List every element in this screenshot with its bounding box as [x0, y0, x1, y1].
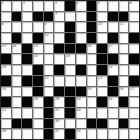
clue-number: 31	[108, 97, 112, 101]
white-cell-r8c6[interactable]	[54, 76, 64, 86]
clue-number: 29	[55, 97, 59, 101]
black-cell-r7c4	[33, 65, 43, 75]
white-cell-r5c12[interactable]	[119, 44, 129, 54]
clue-number: 21	[108, 65, 112, 69]
white-cell-r13c10[interactable]	[97, 129, 107, 139]
white-cell-r7c2[interactable]	[12, 65, 22, 75]
clue-number: 16	[87, 44, 91, 48]
clue-number: 12	[44, 33, 48, 37]
clue-number: 13	[2, 44, 6, 48]
white-cell-r11c10[interactable]	[97, 108, 107, 118]
white-cell-r4c12[interactable]	[119, 33, 129, 43]
clue-number: 2	[23, 1, 25, 5]
white-cell-r8c12[interactable]	[119, 76, 129, 86]
white-cell-r1c2[interactable]	[12, 1, 22, 11]
white-cell-r9c10[interactable]	[97, 87, 107, 97]
black-cell-r9c7	[65, 87, 75, 97]
white-cell-r4c10[interactable]	[97, 33, 107, 43]
white-cell-r6c2[interactable]	[12, 54, 22, 64]
clue-number: 8	[2, 22, 4, 26]
clue-number: 32	[2, 108, 6, 112]
white-cell-r7c7[interactable]	[65, 65, 75, 75]
white-cell-r11c12[interactable]	[119, 108, 129, 118]
black-cell-r9c11	[108, 87, 118, 97]
white-cell-r7c12[interactable]	[119, 65, 129, 75]
black-cell-r7c8	[76, 65, 86, 75]
white-cell-r1c11[interactable]	[108, 1, 118, 11]
white-cell-r1c1[interactable]: 1	[1, 1, 11, 11]
white-cell-r13c8[interactable]: 38	[76, 129, 86, 139]
white-cell-r2c7[interactable]	[65, 12, 75, 22]
white-cell-r9c3[interactable]	[22, 87, 32, 97]
black-cell-r10c1	[1, 97, 11, 107]
black-cell-r7c6	[54, 65, 64, 75]
clue-number: 33	[55, 108, 59, 112]
white-cell-r4c1[interactable]	[1, 33, 11, 43]
white-cell-r2c10[interactable]	[97, 12, 107, 22]
clue-number: 36	[2, 129, 6, 133]
white-cell-r13c12[interactable]	[119, 129, 129, 139]
black-cell-r2c11	[108, 12, 118, 22]
clue-number: 9	[44, 22, 46, 26]
white-cell-r6c4[interactable]: 18	[33, 54, 43, 64]
clue-number: 1	[2, 1, 4, 5]
white-cell-r13c6[interactable]: 37	[54, 129, 64, 139]
white-cell-r5c1[interactable]: 13	[1, 44, 11, 54]
white-cell-r3c1[interactable]: 8	[1, 22, 11, 32]
white-cell-r6c9[interactable]	[87, 54, 97, 64]
white-cell-r11c1[interactable]: 32	[1, 108, 11, 118]
white-cell-r1c8[interactable]: 4	[76, 1, 86, 11]
clue-number: 23	[98, 76, 102, 80]
white-cell-r9c9[interactable]: 25	[87, 87, 97, 97]
clue-number: 14	[12, 44, 16, 48]
white-cell-r10c9[interactable]	[87, 97, 97, 107]
black-cell-r4c4	[33, 33, 43, 43]
clue-number: 37	[55, 129, 59, 133]
black-cell-r4c13	[129, 33, 139, 43]
white-cell-r3c5[interactable]: 9	[44, 22, 54, 32]
white-cell-r2c1[interactable]	[1, 12, 11, 22]
black-cell-r13c5	[44, 129, 54, 139]
black-cell-r2c2	[12, 12, 22, 22]
white-cell-r6c5[interactable]	[44, 54, 54, 64]
black-cell-r5c3	[22, 44, 32, 54]
black-cell-r2c5	[44, 12, 54, 22]
clue-number: 24	[2, 87, 6, 91]
white-cell-r1c3[interactable]: 2	[22, 1, 32, 11]
white-cell-r9c13[interactable]: 27	[129, 87, 139, 97]
white-cell-r12c8[interactable]	[76, 119, 86, 129]
black-cell-r12c2	[12, 119, 22, 129]
white-cell-r11c4[interactable]	[33, 108, 43, 118]
black-cell-r4c11	[108, 33, 118, 43]
black-cell-r6c13	[129, 54, 139, 64]
white-cell-r9c5[interactable]	[44, 87, 54, 97]
black-cell-r9c8	[76, 87, 86, 97]
white-cell-r5c9[interactable]: 16	[87, 44, 97, 54]
black-cell-r4c2	[12, 33, 22, 43]
white-cell-r10c2[interactable]	[12, 97, 22, 107]
clue-number: 15	[34, 44, 38, 48]
black-cell-r10c7	[65, 97, 75, 107]
white-cell-r7c13[interactable]	[129, 65, 139, 75]
white-cell-r6c6[interactable]	[54, 54, 64, 64]
clue-number: 10	[98, 22, 102, 26]
white-cell-r12c7[interactable]	[65, 119, 75, 129]
white-cell-r5c11[interactable]: 17	[108, 44, 118, 54]
black-cell-r10c5	[44, 97, 54, 107]
white-cell-r4c3[interactable]	[22, 33, 32, 43]
clue-number: 22	[44, 76, 48, 80]
black-cell-r3c7	[65, 22, 75, 32]
white-cell-r3c3[interactable]	[22, 22, 32, 32]
white-cell-r9c2[interactable]	[12, 87, 22, 97]
black-cell-r5c10	[97, 44, 107, 54]
white-cell-r1c4[interactable]	[33, 1, 43, 11]
black-cell-r5c6	[54, 44, 64, 54]
white-cell-r13c4[interactable]	[33, 129, 43, 139]
white-cell-r2c6[interactable]: 7	[54, 12, 64, 22]
black-cell-r1c9	[87, 1, 97, 11]
clue-number: 25	[87, 87, 91, 91]
black-cell-r3c9	[87, 22, 97, 32]
black-cell-r2c4	[33, 12, 43, 22]
white-cell-r10c6[interactable]: 29	[54, 97, 64, 107]
white-cell-r2c3[interactable]	[22, 12, 32, 22]
clue-number: 28	[34, 97, 38, 101]
white-cell-r6c12[interactable]	[119, 54, 129, 64]
white-cell-r13c11[interactable]	[108, 129, 118, 139]
white-cell-r6c8[interactable]	[76, 54, 86, 64]
white-cell-r8c2[interactable]	[12, 76, 22, 86]
white-cell-r13c3[interactable]	[22, 129, 32, 139]
white-cell-r9c12[interactable]: 26	[119, 87, 129, 97]
white-cell-r10c4[interactable]: 28	[33, 97, 43, 107]
white-cell-r11c8[interactable]: 34	[76, 108, 86, 118]
clue-number: 3	[55, 1, 57, 5]
white-cell-r4c6[interactable]	[54, 33, 64, 43]
black-cell-r1c7	[65, 1, 75, 11]
black-cell-r8c1	[1, 76, 11, 86]
white-cell-r10c11[interactable]: 31	[108, 97, 118, 107]
white-cell-r8c8[interactable]	[76, 76, 86, 86]
black-cell-r8c4	[33, 76, 43, 86]
white-cell-r8c10[interactable]: 23	[97, 76, 107, 86]
black-cell-r8c3	[22, 76, 32, 86]
black-cell-r9c4	[33, 87, 43, 97]
clue-number: 5	[98, 1, 100, 5]
white-cell-r1c5[interactable]	[44, 1, 54, 11]
clue-number: 30	[76, 97, 80, 101]
black-cell-r12c10	[97, 119, 107, 129]
white-cell-r11c9[interactable]	[87, 108, 97, 118]
black-cell-r11c5	[44, 108, 54, 118]
white-cell-r13c1[interactable]: 36	[1, 129, 11, 139]
white-cell-r1c6[interactable]: 3	[54, 1, 64, 11]
crossword-grid: 1234567891011121314151617181920212223242…	[0, 0, 140, 140]
white-cell-r3c4[interactable]	[33, 22, 43, 32]
white-cell-r4c5[interactable]: 12	[44, 33, 54, 43]
white-cell-r12c11[interactable]	[108, 119, 118, 129]
black-cell-r12c5	[44, 119, 54, 129]
clue-number: 7	[55, 12, 57, 16]
white-cell-r12c13[interactable]	[129, 119, 139, 129]
white-cell-r7c3[interactable]	[22, 65, 32, 75]
white-cell-r13c2[interactable]	[12, 129, 22, 139]
white-cell-r1c13[interactable]: 6	[129, 1, 139, 11]
white-cell-r11c2[interactable]	[12, 108, 22, 118]
clue-number: 38	[76, 129, 80, 133]
white-cell-r3c8[interactable]	[76, 22, 86, 32]
black-cell-r4c7	[65, 33, 75, 43]
white-cell-r6c7[interactable]: 19	[65, 54, 75, 64]
black-cell-r6c10	[97, 54, 107, 64]
clue-number: 34	[76, 108, 80, 112]
clue-number: 35	[55, 119, 59, 123]
white-cell-r11c3[interactable]	[22, 108, 32, 118]
white-cell-r7c5[interactable]	[44, 65, 54, 75]
white-cell-r5c5[interactable]	[44, 44, 54, 54]
black-cell-r6c3	[22, 54, 32, 64]
white-cell-r13c13[interactable]	[129, 129, 139, 139]
white-cell-r3c2[interactable]	[12, 22, 22, 32]
black-cell-r5c8	[76, 44, 86, 54]
white-cell-r5c2[interactable]: 14	[12, 44, 22, 54]
black-cell-r2c9	[87, 12, 97, 22]
black-cell-r12c9	[87, 119, 97, 129]
black-cell-r6c11	[108, 54, 118, 64]
black-cell-r9c6	[54, 87, 64, 97]
clue-number: 20	[2, 65, 6, 69]
clue-number: 17	[108, 44, 112, 48]
white-cell-r2c13[interactable]	[129, 12, 139, 22]
white-cell-r8c5[interactable]: 22	[44, 76, 54, 86]
black-cell-r8c13	[129, 76, 139, 86]
black-cell-r7c10	[97, 65, 107, 75]
white-cell-r11c11[interactable]	[108, 108, 118, 118]
black-cell-r13c7	[65, 129, 75, 139]
white-cell-r3c11[interactable]	[108, 22, 118, 32]
white-cell-r4c8[interactable]	[76, 33, 86, 43]
black-cell-r4c9	[87, 33, 97, 43]
white-cell-r12c6[interactable]: 35	[54, 119, 64, 129]
black-cell-r10c12	[119, 97, 129, 107]
white-cell-r1c12[interactable]	[119, 1, 129, 11]
white-cell-r12c1[interactable]	[1, 119, 11, 129]
black-cell-r5c7	[65, 44, 75, 54]
white-cell-r3c10[interactable]: 10	[97, 22, 107, 32]
black-cell-r11c7	[65, 108, 75, 118]
white-cell-r7c9[interactable]	[87, 65, 97, 75]
black-cell-r2c12	[119, 12, 129, 22]
black-cell-r12c3	[22, 119, 32, 129]
white-cell-r12c4[interactable]	[33, 119, 43, 129]
clue-number: 4	[76, 1, 78, 5]
black-cell-r8c11	[108, 76, 118, 86]
clue-number: 19	[66, 54, 70, 58]
white-cell-r3c13[interactable]	[129, 22, 139, 32]
black-cell-r10c10	[97, 97, 107, 107]
white-cell-r3c12[interactable]: 11	[119, 22, 129, 32]
white-cell-r11c6[interactable]: 33	[54, 108, 64, 118]
white-cell-r5c4[interactable]: 15	[33, 44, 43, 54]
white-cell-r13c9[interactable]	[87, 129, 97, 139]
clue-number: 18	[34, 54, 38, 58]
clue-number: 27	[130, 87, 134, 91]
black-cell-r10c3	[22, 97, 32, 107]
white-cell-r7c1[interactable]: 20	[1, 65, 11, 75]
white-cell-r8c7[interactable]	[65, 76, 75, 86]
white-cell-r5c13[interactable]	[129, 44, 139, 54]
white-cell-r10c13[interactable]	[129, 97, 139, 107]
clue-number: 11	[119, 22, 123, 26]
black-cell-r12c12	[119, 119, 129, 129]
clue-number: 26	[119, 87, 123, 91]
white-cell-r7c11[interactable]: 21	[108, 65, 118, 75]
black-cell-r6c1	[1, 54, 11, 64]
white-cell-r11c13[interactable]	[129, 108, 139, 118]
white-cell-r9c1[interactable]: 24	[1, 87, 11, 97]
white-cell-r8c9[interactable]	[87, 76, 97, 86]
white-cell-r1c10[interactable]: 5	[97, 1, 107, 11]
clue-number: 6	[130, 1, 132, 5]
white-cell-r3c6[interactable]	[54, 22, 64, 32]
white-cell-r10c8[interactable]: 30	[76, 97, 86, 107]
white-cell-r2c8[interactable]	[76, 12, 86, 22]
